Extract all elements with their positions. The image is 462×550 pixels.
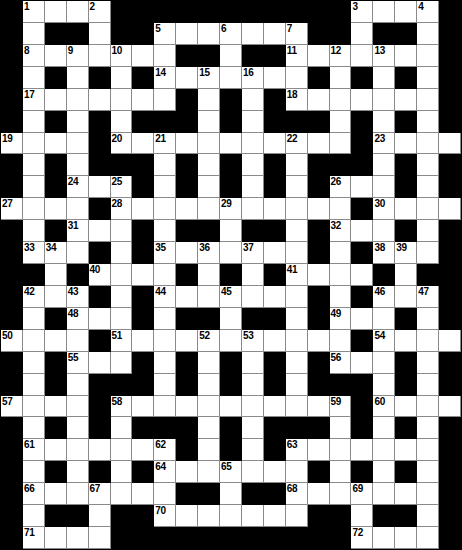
grid-cell[interactable] xyxy=(330,330,352,352)
grid-cell[interactable]: 38 xyxy=(373,242,395,264)
grid-cell[interactable] xyxy=(264,330,286,352)
grid-cell[interactable] xyxy=(220,67,242,89)
grid-cell[interactable] xyxy=(67,198,89,220)
grid-cell[interactable] xyxy=(308,264,330,286)
grid-cell[interactable] xyxy=(198,198,220,220)
grid-cell[interactable] xyxy=(111,483,133,505)
grid-cell[interactable] xyxy=(89,439,111,461)
grid-cell[interactable] xyxy=(264,242,286,264)
grid-cell[interactable]: 50 xyxy=(1,330,23,352)
grid-cell[interactable] xyxy=(23,176,45,198)
grid-cell[interactable] xyxy=(176,242,198,264)
grid-cell[interactable] xyxy=(198,352,220,374)
grid-cell[interactable] xyxy=(45,1,67,23)
grid-cell[interactable] xyxy=(132,396,154,418)
grid-cell[interactable] xyxy=(23,417,45,439)
grid-cell[interactable] xyxy=(373,352,395,374)
grid-cell[interactable] xyxy=(264,23,286,45)
grid-cell[interactable]: 66 xyxy=(23,483,45,505)
grid-cell[interactable]: 58 xyxy=(111,396,133,418)
grid-cell[interactable] xyxy=(308,45,330,67)
grid-cell[interactable]: 32 xyxy=(330,220,352,242)
grid-cell[interactable] xyxy=(417,220,439,242)
grid-cell[interactable] xyxy=(351,23,373,45)
grid-cell[interactable] xyxy=(111,67,133,89)
grid-cell[interactable] xyxy=(67,154,89,176)
grid-cell[interactable] xyxy=(23,23,45,45)
grid-cell[interactable] xyxy=(198,23,220,45)
grid-cell[interactable] xyxy=(23,133,45,155)
grid-cell[interactable] xyxy=(111,461,133,483)
grid-cell[interactable] xyxy=(23,505,45,527)
grid-cell[interactable] xyxy=(111,89,133,111)
grid-cell[interactable]: 59 xyxy=(330,396,352,418)
grid-cell[interactable]: 24 xyxy=(67,176,89,198)
grid-cell[interactable] xyxy=(395,396,417,418)
grid-cell[interactable]: 25 xyxy=(111,176,133,198)
grid-cell[interactable]: 70 xyxy=(154,505,176,527)
grid-cell[interactable] xyxy=(23,396,45,418)
grid-cell[interactable] xyxy=(264,396,286,418)
grid-cell[interactable] xyxy=(395,133,417,155)
grid-cell[interactable] xyxy=(67,67,89,89)
grid-cell[interactable] xyxy=(373,154,395,176)
grid-cell[interactable] xyxy=(417,23,439,45)
grid-cell[interactable] xyxy=(351,176,373,198)
grid-cell[interactable]: 21 xyxy=(154,133,176,155)
grid-cell[interactable] xyxy=(351,439,373,461)
grid-cell[interactable] xyxy=(154,220,176,242)
grid-cell[interactable]: 27 xyxy=(1,198,23,220)
grid-cell[interactable] xyxy=(439,198,461,220)
grid-cell[interactable] xyxy=(417,198,439,220)
grid-cell[interactable] xyxy=(198,439,220,461)
grid-cell[interactable]: 5 xyxy=(154,23,176,45)
grid-cell[interactable] xyxy=(439,330,461,352)
grid-cell[interactable]: 49 xyxy=(330,308,352,330)
grid-cell[interactable] xyxy=(395,439,417,461)
grid-cell[interactable] xyxy=(45,286,67,308)
grid-cell[interactable]: 52 xyxy=(198,330,220,352)
grid-cell[interactable]: 55 xyxy=(67,352,89,374)
grid-cell[interactable]: 8 xyxy=(23,45,45,67)
grid-cell[interactable]: 35 xyxy=(154,242,176,264)
grid-cell[interactable] xyxy=(242,198,264,220)
grid-cell[interactable] xyxy=(242,133,264,155)
grid-cell[interactable] xyxy=(176,67,198,89)
grid-cell[interactable] xyxy=(286,308,308,330)
grid-cell[interactable]: 46 xyxy=(373,286,395,308)
grid-cell[interactable] xyxy=(23,308,45,330)
grid-cell[interactable] xyxy=(351,89,373,111)
grid-cell[interactable] xyxy=(23,330,45,352)
grid-cell[interactable] xyxy=(23,220,45,242)
grid-cell[interactable] xyxy=(330,417,352,439)
grid-cell[interactable] xyxy=(132,483,154,505)
grid-cell[interactable] xyxy=(308,439,330,461)
grid-cell[interactable]: 1 xyxy=(23,1,45,23)
grid-cell[interactable]: 30 xyxy=(373,198,395,220)
grid-cell[interactable] xyxy=(154,89,176,111)
grid-cell[interactable] xyxy=(373,439,395,461)
grid-cell[interactable] xyxy=(351,352,373,374)
grid-cell[interactable]: 57 xyxy=(1,396,23,418)
grid-cell[interactable] xyxy=(111,242,133,264)
grid-cell[interactable] xyxy=(198,417,220,439)
grid-cell[interactable] xyxy=(198,396,220,418)
grid-cell[interactable]: 15 xyxy=(198,67,220,89)
grid-cell[interactable] xyxy=(176,286,198,308)
grid-cell[interactable] xyxy=(242,176,264,198)
grid-cell[interactable] xyxy=(132,198,154,220)
grid-cell[interactable]: 68 xyxy=(286,483,308,505)
grid-cell[interactable]: 16 xyxy=(242,67,264,89)
grid-cell[interactable] xyxy=(417,374,439,396)
grid-cell[interactable] xyxy=(308,89,330,111)
grid-cell[interactable] xyxy=(330,111,352,133)
grid-cell[interactable] xyxy=(220,483,242,505)
grid-cell[interactable] xyxy=(132,133,154,155)
grid-cell[interactable]: 17 xyxy=(23,89,45,111)
grid-cell[interactable] xyxy=(308,483,330,505)
grid-cell[interactable]: 29 xyxy=(220,198,242,220)
grid-cell[interactable]: 69 xyxy=(351,483,373,505)
grid-cell[interactable] xyxy=(23,67,45,89)
grid-cell[interactable] xyxy=(220,396,242,418)
grid-cell[interactable] xyxy=(330,133,352,155)
grid-cell[interactable] xyxy=(286,67,308,89)
grid-cell[interactable] xyxy=(242,461,264,483)
grid-cell[interactable] xyxy=(45,133,67,155)
grid-cell[interactable] xyxy=(373,67,395,89)
grid-cell[interactable] xyxy=(417,133,439,155)
grid-cell[interactable] xyxy=(89,45,111,67)
grid-cell[interactable] xyxy=(286,154,308,176)
grid-cell[interactable] xyxy=(286,176,308,198)
grid-cell[interactable] xyxy=(242,111,264,133)
grid-cell[interactable] xyxy=(351,45,373,67)
grid-cell[interactable] xyxy=(242,23,264,45)
grid-cell[interactable]: 31 xyxy=(67,220,89,242)
grid-cell[interactable]: 47 xyxy=(417,286,439,308)
grid-cell[interactable] xyxy=(89,23,111,45)
grid-cell[interactable] xyxy=(286,330,308,352)
grid-cell[interactable] xyxy=(132,439,154,461)
grid-cell[interactable] xyxy=(45,483,67,505)
grid-cell[interactable] xyxy=(242,264,264,286)
grid-cell[interactable] xyxy=(176,330,198,352)
grid-cell[interactable] xyxy=(89,220,111,242)
grid-cell[interactable]: 60 xyxy=(373,396,395,418)
grid-cell[interactable] xyxy=(111,111,133,133)
grid-cell[interactable]: 4 xyxy=(417,1,439,23)
grid-cell[interactable] xyxy=(132,264,154,286)
grid-cell[interactable] xyxy=(89,505,111,527)
grid-cell[interactable] xyxy=(417,308,439,330)
grid-cell[interactable] xyxy=(198,89,220,111)
grid-cell[interactable] xyxy=(23,111,45,133)
grid-cell[interactable]: 44 xyxy=(154,286,176,308)
grid-cell[interactable]: 2 xyxy=(89,1,111,23)
grid-cell[interactable] xyxy=(417,111,439,133)
grid-cell[interactable] xyxy=(417,483,439,505)
grid-cell[interactable] xyxy=(45,264,67,286)
grid-cell[interactable] xyxy=(198,154,220,176)
grid-cell[interactable] xyxy=(198,286,220,308)
grid-cell[interactable]: 72 xyxy=(351,527,373,549)
grid-cell[interactable] xyxy=(373,89,395,111)
grid-cell[interactable] xyxy=(45,45,67,67)
grid-cell[interactable]: 20 xyxy=(111,133,133,155)
grid-cell[interactable] xyxy=(395,198,417,220)
grid-cell[interactable] xyxy=(373,461,395,483)
grid-cell[interactable] xyxy=(351,264,373,286)
grid-cell[interactable] xyxy=(45,198,67,220)
grid-cell[interactable] xyxy=(154,198,176,220)
grid-cell[interactable] xyxy=(154,264,176,286)
grid-cell[interactable] xyxy=(45,89,67,111)
grid-cell[interactable] xyxy=(417,352,439,374)
grid-cell[interactable] xyxy=(154,45,176,67)
grid-cell[interactable] xyxy=(308,396,330,418)
grid-cell[interactable] xyxy=(176,133,198,155)
grid-cell[interactable] xyxy=(176,23,198,45)
grid-cell[interactable] xyxy=(417,154,439,176)
grid-cell[interactable] xyxy=(111,286,133,308)
grid-cell[interactable] xyxy=(111,308,133,330)
grid-cell[interactable] xyxy=(198,461,220,483)
grid-cell[interactable] xyxy=(264,198,286,220)
grid-cell[interactable] xyxy=(330,242,352,264)
grid-cell[interactable] xyxy=(330,198,352,220)
grid-cell[interactable]: 51 xyxy=(111,330,133,352)
grid-cell[interactable] xyxy=(154,483,176,505)
grid-cell[interactable]: 12 xyxy=(330,45,352,67)
grid-cell[interactable] xyxy=(220,45,242,67)
grid-cell[interactable] xyxy=(132,45,154,67)
grid-cell[interactable] xyxy=(198,374,220,396)
grid-cell[interactable] xyxy=(220,505,242,527)
grid-cell[interactable]: 64 xyxy=(154,461,176,483)
grid-cell[interactable] xyxy=(264,505,286,527)
grid-cell[interactable]: 54 xyxy=(373,330,395,352)
grid-cell[interactable] xyxy=(154,308,176,330)
grid-cell[interactable] xyxy=(111,352,133,374)
grid-cell[interactable] xyxy=(286,461,308,483)
grid-cell[interactable]: 65 xyxy=(220,461,242,483)
grid-cell[interactable] xyxy=(67,439,89,461)
grid-cell[interactable] xyxy=(154,396,176,418)
grid-cell[interactable] xyxy=(373,374,395,396)
grid-cell[interactable] xyxy=(417,461,439,483)
grid-cell[interactable] xyxy=(395,45,417,67)
grid-cell[interactable] xyxy=(89,527,111,549)
grid-cell[interactable]: 36 xyxy=(198,242,220,264)
grid-cell[interactable]: 43 xyxy=(67,286,89,308)
grid-cell[interactable] xyxy=(67,417,89,439)
grid-cell[interactable] xyxy=(198,505,220,527)
grid-cell[interactable] xyxy=(111,220,133,242)
grid-cell[interactable] xyxy=(242,417,264,439)
grid-cell[interactable]: 63 xyxy=(286,439,308,461)
grid-cell[interactable]: 3 xyxy=(351,1,373,23)
grid-cell[interactable]: 62 xyxy=(154,439,176,461)
grid-cell[interactable]: 19 xyxy=(1,133,23,155)
grid-cell[interactable] xyxy=(220,133,242,155)
grid-cell[interactable] xyxy=(373,1,395,23)
grid-cell[interactable]: 48 xyxy=(67,308,89,330)
grid-cell[interactable] xyxy=(395,483,417,505)
grid-cell[interactable]: 7 xyxy=(286,23,308,45)
grid-cell[interactable] xyxy=(264,286,286,308)
grid-cell[interactable]: 37 xyxy=(242,242,264,264)
grid-cell[interactable] xyxy=(67,374,89,396)
grid-cell[interactable] xyxy=(417,67,439,89)
grid-cell[interactable] xyxy=(264,67,286,89)
grid-cell[interactable]: 42 xyxy=(23,286,45,308)
grid-cell[interactable] xyxy=(395,286,417,308)
grid-cell[interactable] xyxy=(417,45,439,67)
grid-cell[interactable] xyxy=(264,461,286,483)
grid-cell[interactable] xyxy=(45,396,67,418)
grid-cell[interactable] xyxy=(45,439,67,461)
grid-cell[interactable] xyxy=(198,111,220,133)
grid-cell[interactable] xyxy=(67,111,89,133)
grid-cell[interactable]: 26 xyxy=(330,176,352,198)
grid-cell[interactable] xyxy=(176,461,198,483)
grid-cell[interactable]: 11 xyxy=(286,45,308,67)
grid-cell[interactable] xyxy=(198,133,220,155)
grid-cell[interactable] xyxy=(89,352,111,374)
grid-cell[interactable]: 14 xyxy=(154,67,176,89)
grid-cell[interactable] xyxy=(23,461,45,483)
grid-cell[interactable] xyxy=(89,308,111,330)
grid-cell[interactable] xyxy=(111,439,133,461)
grid-cell[interactable] xyxy=(242,352,264,374)
grid-cell[interactable] xyxy=(23,374,45,396)
grid-cell[interactable] xyxy=(23,154,45,176)
grid-cell[interactable] xyxy=(351,220,373,242)
grid-cell[interactable] xyxy=(330,439,352,461)
grid-cell[interactable] xyxy=(242,396,264,418)
grid-cell[interactable] xyxy=(417,417,439,439)
grid-cell[interactable] xyxy=(242,286,264,308)
grid-cell[interactable]: 28 xyxy=(111,198,133,220)
grid-cell[interactable]: 61 xyxy=(23,439,45,461)
grid-cell[interactable] xyxy=(220,220,242,242)
grid-cell[interactable] xyxy=(286,352,308,374)
grid-cell[interactable] xyxy=(67,330,89,352)
grid-cell[interactable] xyxy=(176,505,198,527)
grid-cell[interactable] xyxy=(264,133,286,155)
grid-cell[interactable] xyxy=(67,527,89,549)
grid-cell[interactable] xyxy=(373,308,395,330)
grid-cell[interactable] xyxy=(220,330,242,352)
grid-cell[interactable] xyxy=(395,89,417,111)
grid-cell[interactable] xyxy=(330,286,352,308)
grid-cell[interactable] xyxy=(242,505,264,527)
grid-cell[interactable] xyxy=(242,89,264,111)
grid-cell[interactable] xyxy=(308,330,330,352)
grid-cell[interactable] xyxy=(373,417,395,439)
grid-cell[interactable]: 22 xyxy=(286,133,308,155)
grid-cell[interactable] xyxy=(330,483,352,505)
grid-cell[interactable] xyxy=(89,176,111,198)
grid-cell[interactable] xyxy=(154,352,176,374)
grid-cell[interactable] xyxy=(417,527,439,549)
grid-cell[interactable] xyxy=(154,330,176,352)
grid-cell[interactable] xyxy=(373,483,395,505)
grid-cell[interactable]: 9 xyxy=(67,45,89,67)
grid-cell[interactable] xyxy=(154,176,176,198)
grid-cell[interactable] xyxy=(176,396,198,418)
grid-cell[interactable] xyxy=(220,242,242,264)
grid-cell[interactable] xyxy=(176,198,198,220)
grid-cell[interactable] xyxy=(373,176,395,198)
grid-cell[interactable] xyxy=(286,505,308,527)
grid-cell[interactable] xyxy=(417,242,439,264)
grid-cell[interactable] xyxy=(45,330,67,352)
grid-cell[interactable]: 40 xyxy=(89,264,111,286)
grid-cell[interactable] xyxy=(220,308,242,330)
grid-cell[interactable] xyxy=(67,133,89,155)
grid-cell[interactable]: 33 xyxy=(23,242,45,264)
grid-cell[interactable] xyxy=(330,461,352,483)
grid-cell[interactable] xyxy=(198,264,220,286)
grid-cell[interactable]: 67 xyxy=(89,483,111,505)
grid-cell[interactable] xyxy=(111,417,133,439)
grid-cell[interactable] xyxy=(23,198,45,220)
grid-cell[interactable]: 13 xyxy=(373,45,395,67)
grid-cell[interactable] xyxy=(67,461,89,483)
grid-cell[interactable] xyxy=(395,330,417,352)
grid-cell[interactable]: 71 xyxy=(23,527,45,549)
grid-cell[interactable] xyxy=(395,527,417,549)
grid-cell[interactable] xyxy=(395,264,417,286)
grid-cell[interactable] xyxy=(132,89,154,111)
grid-cell[interactable] xyxy=(242,374,264,396)
grid-cell[interactable] xyxy=(330,89,352,111)
grid-cell[interactable] xyxy=(373,527,395,549)
grid-cell[interactable] xyxy=(67,89,89,111)
grid-cell[interactable] xyxy=(23,352,45,374)
grid-cell[interactable] xyxy=(67,483,89,505)
grid-cell[interactable] xyxy=(373,220,395,242)
grid-cell[interactable] xyxy=(373,111,395,133)
grid-cell[interactable] xyxy=(351,308,373,330)
grid-cell[interactable] xyxy=(45,527,67,549)
grid-cell[interactable] xyxy=(67,396,89,418)
grid-cell[interactable] xyxy=(417,505,439,527)
grid-cell[interactable] xyxy=(308,198,330,220)
grid-cell[interactable] xyxy=(286,242,308,264)
grid-cell[interactable] xyxy=(330,264,352,286)
grid-cell[interactable] xyxy=(417,396,439,418)
grid-cell[interactable] xyxy=(154,154,176,176)
grid-cell[interactable] xyxy=(351,505,373,527)
grid-cell[interactable] xyxy=(67,242,89,264)
grid-cell[interactable]: 41 xyxy=(286,264,308,286)
grid-cell[interactable] xyxy=(198,176,220,198)
grid-cell[interactable]: 56 xyxy=(330,352,352,374)
grid-cell[interactable]: 34 xyxy=(45,242,67,264)
grid-cell[interactable] xyxy=(286,198,308,220)
grid-cell[interactable]: 6 xyxy=(220,23,242,45)
grid-cell[interactable] xyxy=(286,396,308,418)
grid-cell[interactable] xyxy=(417,439,439,461)
grid-cell[interactable] xyxy=(439,396,461,418)
grid-cell[interactable] xyxy=(154,374,176,396)
